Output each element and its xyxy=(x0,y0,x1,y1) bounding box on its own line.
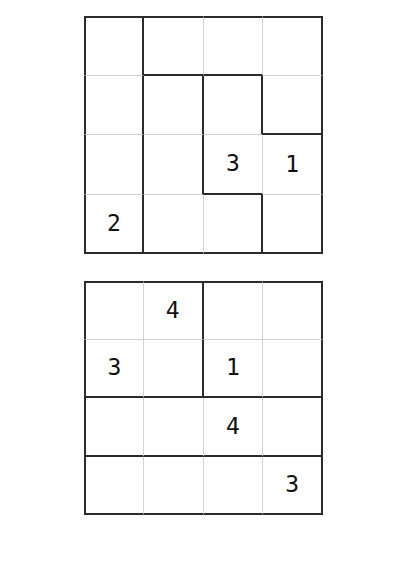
bottom-sudoku-board: 43143 xyxy=(84,281,323,515)
bottom-puzzle-cell-r2c2[interactable] xyxy=(144,340,204,399)
top-puzzle-cell-r4c2[interactable] xyxy=(144,195,204,255)
bottom-puzzle-given-r2c3[interactable]: 1 xyxy=(204,340,264,399)
top-puzzle-cell-r3c1[interactable] xyxy=(84,135,144,195)
bottom-puzzle-cell-r2c4[interactable] xyxy=(263,340,323,399)
bottom-puzzle-given-r1c2[interactable]: 4 xyxy=(144,281,204,340)
top-sudoku-board: 312 xyxy=(84,16,323,254)
bottom-puzzle-cell-r3c1[interactable] xyxy=(84,398,144,457)
top-puzzle-cell-r2c4[interactable] xyxy=(263,76,323,136)
bottom-puzzle-cell-r4c1[interactable] xyxy=(84,457,144,516)
top-puzzle-cell-r1c3[interactable] xyxy=(204,16,264,76)
top-puzzle-cell-r2c1[interactable] xyxy=(84,76,144,136)
top-puzzle-cell-r4c4[interactable] xyxy=(263,195,323,255)
bottom-puzzle-given-r4c4[interactable]: 3 xyxy=(263,457,323,516)
bottom-puzzle-given-r2c1[interactable]: 3 xyxy=(84,340,144,399)
bottom-puzzle-cell-r1c1[interactable] xyxy=(84,281,144,340)
top-puzzle-given-r4c1[interactable]: 2 xyxy=(84,195,144,255)
top-puzzle-cell-r2c2[interactable] xyxy=(144,76,204,136)
top-puzzle-given-r3c4[interactable]: 1 xyxy=(263,135,323,195)
bottom-puzzle-cell-r4c2[interactable] xyxy=(144,457,204,516)
bottom-puzzle-cell-r1c4[interactable] xyxy=(263,281,323,340)
bottom-puzzle-cell-r3c4[interactable] xyxy=(263,398,323,457)
top-puzzle-given-r3c3[interactable]: 3 xyxy=(204,135,264,195)
top-puzzle-cell-r4c3[interactable] xyxy=(204,195,264,255)
top-puzzle-cell-r1c2[interactable] xyxy=(144,16,204,76)
bottom-puzzle-given-r3c3[interactable]: 4 xyxy=(204,398,264,457)
top-puzzle-cell-r3c2[interactable] xyxy=(144,135,204,195)
bottom-puzzle-cell-r4c3[interactable] xyxy=(204,457,264,516)
top-puzzle-cell-r2c3[interactable] xyxy=(204,76,264,136)
bottom-puzzle-cell-r3c2[interactable] xyxy=(144,398,204,457)
top-puzzle-cell-r1c1[interactable] xyxy=(84,16,144,76)
page: 312 43143 xyxy=(0,0,400,566)
top-puzzle-cell-r1c4[interactable] xyxy=(263,16,323,76)
bottom-puzzle-cell-r1c3[interactable] xyxy=(204,281,264,340)
